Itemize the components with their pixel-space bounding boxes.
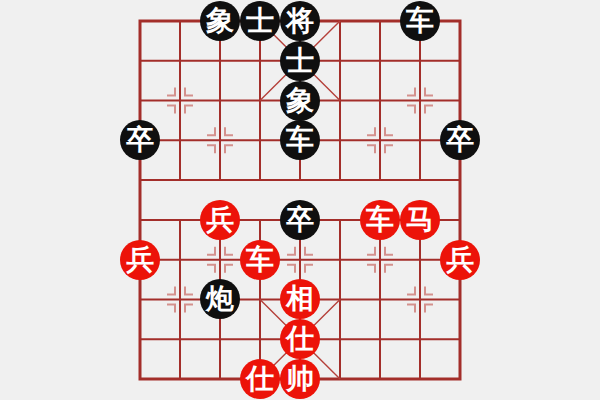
piece-black-elephant[interactable]: 象 — [200, 1, 240, 41]
piece-red-advisor[interactable]: 仕 — [280, 319, 320, 359]
piece-red-soldier[interactable]: 兵 — [440, 240, 480, 280]
piece-red-chariot[interactable]: 车 — [360, 200, 400, 240]
piece-black-chariot[interactable]: 车 — [400, 1, 440, 41]
piece-red-horse[interactable]: 马 — [400, 200, 440, 240]
piece-black-king[interactable]: 将 — [280, 1, 320, 41]
piece-black-advisor[interactable]: 士 — [280, 41, 320, 81]
piece-red-king[interactable]: 帅 — [280, 359, 320, 399]
piece-black-elephant[interactable]: 象 — [280, 81, 320, 121]
piece-red-advisor[interactable]: 仕 — [240, 359, 280, 399]
piece-black-soldier[interactable]: 卒 — [280, 200, 320, 240]
piece-red-soldier[interactable]: 兵 — [120, 240, 160, 280]
piece-black-advisor[interactable]: 士 — [240, 1, 280, 41]
xiangqi-board: 象士将车士象卒车卒兵卒车马兵车兵炮相仕仕帅 — [0, 0, 600, 400]
piece-red-chariot[interactable]: 车 — [240, 240, 280, 280]
piece-red-soldier[interactable]: 兵 — [200, 200, 240, 240]
